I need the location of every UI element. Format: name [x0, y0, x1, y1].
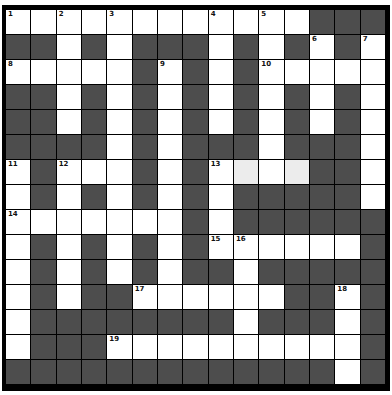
crossword-cell-r14c5[interactable]: 19 — [107, 335, 131, 359]
block-cell-r1c14 — [335, 10, 359, 34]
block-cell-r2c10 — [234, 35, 258, 59]
crossword-grid: 12345678910111213141516171819 — [6, 10, 385, 384]
crossword-cell-r4c15[interactable] — [361, 85, 385, 109]
block-cell-r14c4 — [82, 335, 106, 359]
block-cell-r9c15 — [361, 210, 385, 234]
crossword-cell-r6c5[interactable] — [107, 135, 131, 159]
block-cell-r15c7 — [158, 360, 182, 384]
crossword-cell-r3c9[interactable] — [209, 60, 233, 84]
block-cell-r12c13 — [310, 285, 334, 309]
crossword-cell-r7c1[interactable]: 11 — [6, 160, 30, 184]
block-cell-r2c1 — [6, 35, 30, 59]
clue-number-13: 13 — [211, 161, 221, 168]
block-cell-r13c8 — [183, 310, 207, 334]
block-cell-r6c9 — [209, 135, 233, 159]
clue-number-10: 10 — [261, 61, 271, 68]
clue-number-2: 2 — [59, 11, 64, 18]
crossword-cell-r1c1[interactable]: 1 — [6, 10, 30, 34]
block-cell-r13c13 — [310, 310, 334, 334]
crossword-cell-r1c5[interactable]: 3 — [107, 10, 131, 34]
block-cell-r15c13 — [310, 360, 334, 384]
crossword-cell-r11c10[interactable] — [234, 260, 258, 284]
crossword-cell-r5c7[interactable] — [158, 110, 182, 134]
block-cell-r13c4 — [82, 310, 106, 334]
block-cell-r2c6 — [133, 35, 157, 59]
crossword-cell-r10c12[interactable] — [285, 235, 309, 259]
crossword-board: 12345678910111213141516171819 — [2, 5, 390, 391]
block-cell-r7c8 — [183, 160, 207, 184]
crossword-cell-r12c6[interactable]: 17 — [133, 285, 157, 309]
crossword-cell-r14c11[interactable] — [259, 335, 283, 359]
crossword-cell-r13c14[interactable] — [335, 310, 359, 334]
clue-number-11: 11 — [8, 161, 18, 168]
crossword-cell-r7c3[interactable]: 12 — [57, 160, 81, 184]
crossword-cell-r1c3[interactable]: 2 — [57, 10, 81, 34]
crossword-cell-r5c9[interactable] — [209, 110, 233, 134]
crossword-cell-r2c13[interactable]: 6 — [310, 35, 334, 59]
block-cell-r2c12 — [285, 35, 309, 59]
crossword-cell-r2c9[interactable] — [209, 35, 233, 59]
block-cell-r11c11 — [259, 260, 283, 284]
crossword-cell-r7c5[interactable] — [107, 160, 131, 184]
crossword-cell-r1c10[interactable] — [234, 10, 258, 34]
crossword-cell-r9c6[interactable] — [133, 210, 157, 234]
block-cell-r11c9 — [209, 260, 233, 284]
clue-number-17: 17 — [135, 286, 145, 293]
crossword-cell-r13c10[interactable] — [234, 310, 258, 334]
crossword-cell-r3c12[interactable] — [285, 60, 309, 84]
crossword-cell-r12c1[interactable] — [6, 285, 30, 309]
crossword-cell-r14c1[interactable] — [6, 335, 30, 359]
crossword-cell-r13c1[interactable] — [6, 310, 30, 334]
crossword-cell-r14c8[interactable] — [183, 335, 207, 359]
crossword-cell-r4c5[interactable] — [107, 85, 131, 109]
crossword-cell-r5c11[interactable] — [259, 110, 283, 134]
crossword-cell-r9c5[interactable] — [107, 210, 131, 234]
crossword-cell-r12c11[interactable] — [259, 285, 283, 309]
crossword-cell-r7c11[interactable] — [259, 160, 283, 184]
block-cell-r6c1 — [6, 135, 30, 159]
crossword-cell-r10c14[interactable] — [335, 235, 359, 259]
crossword-cell-r8c9[interactable] — [209, 185, 233, 209]
crossword-cell-r3c3[interactable] — [57, 60, 81, 84]
block-cell-r2c8 — [183, 35, 207, 59]
crossword-cell-r1c8[interactable] — [183, 10, 207, 34]
block-cell-r8c14 — [335, 185, 359, 209]
crossword-cell-r9c3[interactable] — [57, 210, 81, 234]
block-cell-r7c2 — [31, 160, 55, 184]
block-cell-r4c10 — [234, 85, 258, 109]
block-cell-r15c2 — [31, 360, 55, 384]
crossword-cell-r4c3[interactable] — [57, 85, 81, 109]
crossword-cell-r3c2[interactable] — [31, 60, 55, 84]
crossword-cell-r11c7[interactable] — [158, 260, 182, 284]
crossword-cell-r8c7[interactable] — [158, 185, 182, 209]
crossword-cell-r10c7[interactable] — [158, 235, 182, 259]
crossword-cell-r3c13[interactable] — [310, 60, 334, 84]
block-cell-r12c2 — [31, 285, 55, 309]
crossword-cell-r3c15[interactable] — [361, 60, 385, 84]
crossword-cell-r7c15[interactable] — [361, 160, 385, 184]
block-cell-r6c8 — [183, 135, 207, 159]
block-cell-r15c11 — [259, 360, 283, 384]
clue-number-14: 14 — [8, 211, 18, 218]
crossword-cell-r9c4[interactable] — [82, 210, 106, 234]
block-cell-r5c12 — [285, 110, 309, 134]
crossword-cell-r12c9[interactable] — [209, 285, 233, 309]
block-cell-r4c1 — [6, 85, 30, 109]
block-cell-r8c4 — [82, 185, 106, 209]
block-cell-r11c15 — [361, 260, 385, 284]
block-cell-r8c13 — [310, 185, 334, 209]
crossword-cell-r2c3[interactable] — [57, 35, 81, 59]
block-cell-r12c15 — [361, 285, 385, 309]
block-cell-r9c8 — [183, 210, 207, 234]
clue-number-18: 18 — [337, 286, 347, 293]
crossword-cell-r8c5[interactable] — [107, 185, 131, 209]
block-cell-r12c12 — [285, 285, 309, 309]
block-cell-r8c10 — [234, 185, 258, 209]
block-cell-r4c12 — [285, 85, 309, 109]
clue-number-7: 7 — [363, 36, 368, 43]
block-cell-r11c4 — [82, 260, 106, 284]
block-cell-r10c15 — [361, 235, 385, 259]
block-cell-r15c12 — [285, 360, 309, 384]
clue-number-15: 15 — [211, 236, 221, 243]
crossword-cell-r7c12[interactable] — [285, 160, 309, 184]
block-cell-r6c13 — [310, 135, 334, 159]
crossword-cell-r1c6[interactable] — [133, 10, 157, 34]
crossword-cell-r8c1[interactable] — [6, 185, 30, 209]
block-cell-r13c2 — [31, 310, 55, 334]
crossword-cell-r10c10[interactable]: 16 — [234, 235, 258, 259]
clue-number-3: 3 — [109, 11, 114, 18]
block-cell-r8c11 — [259, 185, 283, 209]
block-cell-r1c15 — [361, 10, 385, 34]
crossword-cell-r14c6[interactable] — [133, 335, 157, 359]
crossword-cell-r4c7[interactable] — [158, 85, 182, 109]
block-cell-r6c6 — [133, 135, 157, 159]
clue-number-16: 16 — [236, 236, 246, 243]
crossword-cell-r14c14[interactable] — [335, 335, 359, 359]
crossword-cell-r14c9[interactable] — [209, 335, 233, 359]
block-cell-r13c12 — [285, 310, 309, 334]
crossword-cell-r3c1[interactable]: 8 — [6, 60, 30, 84]
block-cell-r9c10 — [234, 210, 258, 234]
block-cell-r9c14 — [335, 210, 359, 234]
block-cell-r14c3 — [57, 335, 81, 359]
block-cell-r4c4 — [82, 85, 106, 109]
block-cell-r8c2 — [31, 185, 55, 209]
crossword-cell-r1c7[interactable] — [158, 10, 182, 34]
crossword-cell-r12c7[interactable] — [158, 285, 182, 309]
crossword-cell-r1c2[interactable] — [31, 10, 55, 34]
crossword-cell-r5c15[interactable] — [361, 110, 385, 134]
block-cell-r2c4 — [82, 35, 106, 59]
block-cell-r8c8 — [183, 185, 207, 209]
block-cell-r15c4 — [82, 360, 106, 384]
clue-number-6: 6 — [312, 36, 317, 43]
block-cell-r8c6 — [133, 185, 157, 209]
block-cell-r10c4 — [82, 235, 106, 259]
block-cell-r2c2 — [31, 35, 55, 59]
block-cell-r15c3 — [57, 360, 81, 384]
crossword-cell-r9c2[interactable] — [31, 210, 55, 234]
crossword-cell-r11c5[interactable] — [107, 260, 131, 284]
block-cell-r9c11 — [259, 210, 283, 234]
block-cell-r7c14 — [335, 160, 359, 184]
block-cell-r6c4 — [82, 135, 106, 159]
crossword-cell-r9c1[interactable]: 14 — [6, 210, 30, 234]
block-cell-r5c6 — [133, 110, 157, 134]
block-cell-r5c14 — [335, 110, 359, 134]
block-cell-r15c5 — [107, 360, 131, 384]
crossword-cell-r3c11[interactable]: 10 — [259, 60, 283, 84]
crossword-cell-r8c3[interactable] — [57, 185, 81, 209]
block-cell-r6c10 — [234, 135, 258, 159]
crossword-cell-r10c13[interactable] — [310, 235, 334, 259]
crossword-cell-r12c8[interactable] — [183, 285, 207, 309]
block-cell-r5c4 — [82, 110, 106, 134]
clue-number-9: 9 — [160, 61, 165, 68]
block-cell-r7c13 — [310, 160, 334, 184]
crossword-cell-r14c7[interactable] — [158, 335, 182, 359]
crossword-cell-r7c9[interactable]: 13 — [209, 160, 233, 184]
crossword-cell-r12c3[interactable] — [57, 285, 81, 309]
block-cell-r15c1 — [6, 360, 30, 384]
block-cell-r8c12 — [285, 185, 309, 209]
crossword-cell-r12c10[interactable] — [234, 285, 258, 309]
crossword-cell-r5c13[interactable] — [310, 110, 334, 134]
crossword-cell-r14c12[interactable] — [285, 335, 309, 359]
clue-number-5: 5 — [261, 11, 266, 18]
crossword-cell-r2c11[interactable] — [259, 35, 283, 59]
crossword-cell-r6c15[interactable] — [361, 135, 385, 159]
crossword-cell-r9c7[interactable] — [158, 210, 182, 234]
crossword-cell-r1c12[interactable] — [285, 10, 309, 34]
block-cell-r7c6 — [133, 160, 157, 184]
block-cell-r15c10 — [234, 360, 258, 384]
crossword-cell-r6c7[interactable] — [158, 135, 182, 159]
block-cell-r9c13 — [310, 210, 334, 234]
block-cell-r12c5 — [107, 285, 131, 309]
crossword-cell-r10c1[interactable] — [6, 235, 30, 259]
crossword-cell-r8c15[interactable] — [361, 185, 385, 209]
block-cell-r3c10 — [234, 60, 258, 84]
crossword-cell-r10c3[interactable] — [57, 235, 81, 259]
block-cell-r5c1 — [6, 110, 30, 134]
block-cell-r11c6 — [133, 260, 157, 284]
block-cell-r13c5 — [107, 310, 131, 334]
block-cell-r4c2 — [31, 85, 55, 109]
crossword-cell-r14c13[interactable] — [310, 335, 334, 359]
crossword-cell-r3c14[interactable] — [335, 60, 359, 84]
block-cell-r11c14 — [335, 260, 359, 284]
crossword-cell-r3c7[interactable]: 9 — [158, 60, 182, 84]
block-cell-r13c7 — [158, 310, 182, 334]
block-cell-r11c8 — [183, 260, 207, 284]
crossword-cell-r5c5[interactable] — [107, 110, 131, 134]
clue-number-19: 19 — [109, 336, 119, 343]
crossword-page: 12345678910111213141516171819 — [0, 0, 392, 395]
block-cell-r3c8 — [183, 60, 207, 84]
block-cell-r6c2 — [31, 135, 55, 159]
crossword-cell-r4c9[interactable] — [209, 85, 233, 109]
block-cell-r14c2 — [31, 335, 55, 359]
crossword-cell-r3c5[interactable] — [107, 60, 131, 84]
crossword-cell-r3c4[interactable] — [82, 60, 106, 84]
block-cell-r13c9 — [209, 310, 233, 334]
crossword-cell-r14c10[interactable] — [234, 335, 258, 359]
crossword-cell-r7c10[interactable] — [234, 160, 258, 184]
block-cell-r4c6 — [133, 85, 157, 109]
block-cell-r5c10 — [234, 110, 258, 134]
block-cell-r6c14 — [335, 135, 359, 159]
block-cell-r1c13 — [310, 10, 334, 34]
block-cell-r13c6 — [133, 310, 157, 334]
crossword-cell-r9c9[interactable] — [209, 210, 233, 234]
block-cell-r11c13 — [310, 260, 334, 284]
crossword-cell-r2c15[interactable]: 7 — [361, 35, 385, 59]
block-cell-r3c6 — [133, 60, 157, 84]
block-cell-r4c14 — [335, 85, 359, 109]
crossword-cell-r11c3[interactable] — [57, 260, 81, 284]
crossword-cell-r15c14[interactable] — [335, 360, 359, 384]
block-cell-r13c3 — [57, 310, 81, 334]
crossword-cell-r11c1[interactable] — [6, 260, 30, 284]
crossword-cell-r7c4[interactable] — [82, 160, 106, 184]
clue-number-12: 12 — [59, 161, 69, 168]
block-cell-r6c3 — [57, 135, 81, 159]
crossword-cell-r4c13[interactable] — [310, 85, 334, 109]
crossword-cell-r5c3[interactable] — [57, 110, 81, 134]
clue-number-1: 1 — [8, 11, 13, 18]
block-cell-r13c11 — [259, 310, 283, 334]
crossword-cell-r1c4[interactable] — [82, 10, 106, 34]
block-cell-r11c12 — [285, 260, 309, 284]
block-cell-r9c12 — [285, 210, 309, 234]
clue-number-8: 8 — [8, 61, 13, 68]
block-cell-r15c6 — [133, 360, 157, 384]
block-cell-r10c6 — [133, 235, 157, 259]
block-cell-r12c4 — [82, 285, 106, 309]
block-cell-r4c8 — [183, 85, 207, 109]
block-cell-r14c15 — [361, 335, 385, 359]
crossword-cell-r7c7[interactable] — [158, 160, 182, 184]
block-cell-r2c14 — [335, 35, 359, 59]
block-cell-r10c8 — [183, 235, 207, 259]
block-cell-r11c2 — [31, 260, 55, 284]
crossword-cell-r1c11[interactable]: 5 — [259, 10, 283, 34]
block-cell-r5c8 — [183, 110, 207, 134]
block-cell-r10c2 — [31, 235, 55, 259]
block-cell-r6c12 — [285, 135, 309, 159]
crossword-cell-r2c5[interactable] — [107, 35, 131, 59]
crossword-cell-r4c11[interactable] — [259, 85, 283, 109]
crossword-cell-r6c11[interactable] — [259, 135, 283, 159]
block-cell-r15c9 — [209, 360, 233, 384]
clue-number-4: 4 — [211, 11, 216, 18]
crossword-cell-r10c11[interactable] — [259, 235, 283, 259]
crossword-cell-r1c9[interactable]: 4 — [209, 10, 233, 34]
block-cell-r15c15 — [361, 360, 385, 384]
block-cell-r2c7 — [158, 35, 182, 59]
block-cell-r5c2 — [31, 110, 55, 134]
block-cell-r13c15 — [361, 310, 385, 334]
crossword-cell-r12c14[interactable]: 18 — [335, 285, 359, 309]
crossword-cell-r10c5[interactable] — [107, 235, 131, 259]
crossword-cell-r10c9[interactable]: 15 — [209, 235, 233, 259]
block-cell-r15c8 — [183, 360, 207, 384]
